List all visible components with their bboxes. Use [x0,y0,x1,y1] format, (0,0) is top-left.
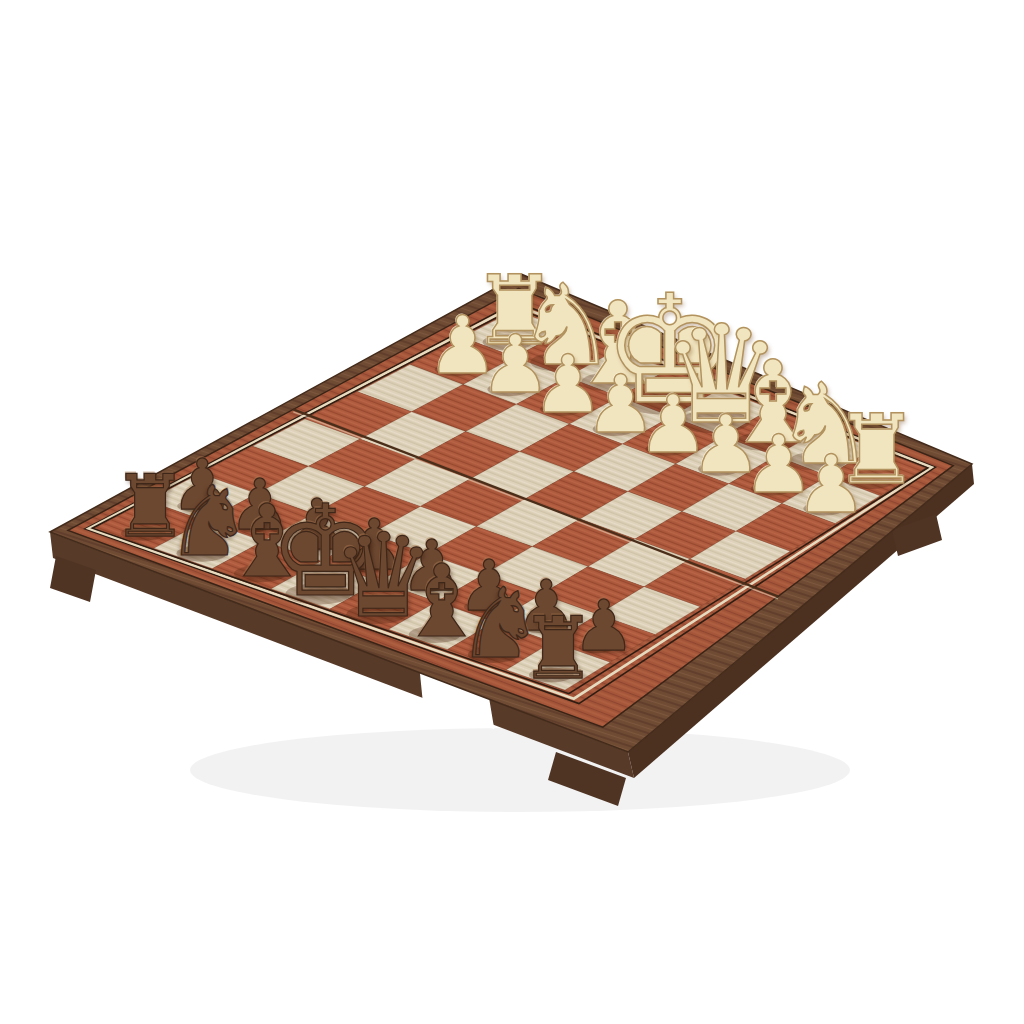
piece-black-rook-a8[interactable]: ♜ [520,615,597,682]
piece-white-pawn-a2[interactable]: ♟ [795,453,867,515]
chess-set-product-photo: ♜♞♟♝♟♚♟♛♟♝♟♞♟♜♟♟♟♟♜♟♞♟♝♟♚♟♛♟♝♟♞♜ [0,0,1024,1024]
ground-shadow [190,728,850,812]
